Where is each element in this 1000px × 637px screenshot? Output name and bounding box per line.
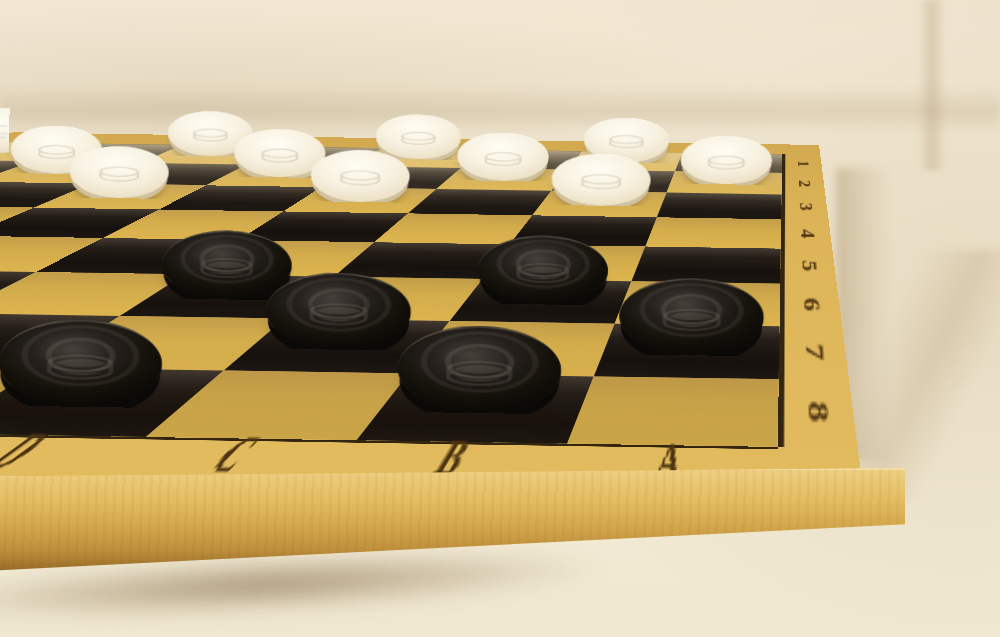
white-man-d3[interactable]: ⛀ — [310, 149, 410, 203]
white-man-glyph: ⛀ — [310, 150, 410, 203]
black-man-glyph: ⛂ — [0, 320, 163, 408]
black-man-b6[interactable]: ⛂ — [478, 234, 609, 305]
white-man-c2[interactable]: ⛀ — [457, 132, 549, 182]
black-man-a7[interactable]: ⛂ — [619, 277, 765, 356]
white-man-glyph: ⛀ — [680, 136, 772, 185]
black-man-glyph: ⛂ — [266, 273, 412, 351]
white-man-f3[interactable]: ⛀ — [69, 145, 169, 199]
board-wooden-frame: ⛀⛀⛀⛀⛀⛀⛀⛀⛀⛀⛀⛀⛂⛂⛂⛂⛂⛂⛂⛂⛂⛂⛂⛂ 12345678 HGFEDC… — [0, 132, 863, 489]
black-man-b8[interactable]: ⛂ — [397, 325, 562, 415]
checkers-board: ⛀⛀⛀⛀⛀⛀⛀⛀⛀⛀⛀⛀⛂⛂⛂⛂⛂⛂⛂⛂⛂⛂⛂⛂ 12345678 HGFEDC… — [0, 132, 863, 489]
white-man-b3[interactable]: ⛀ — [551, 153, 651, 207]
white-man-a2[interactable]: ⛀ — [680, 135, 772, 185]
black-man-glyph: ⛂ — [397, 327, 562, 415]
black-man-c7[interactable]: ⛂ — [266, 271, 412, 350]
black-man-d8[interactable]: ⛂ — [0, 318, 163, 408]
square-c2[interactable]: ⛀ — [436, 168, 568, 191]
square-b6[interactable]: ⛂ — [450, 279, 632, 324]
black-man-glyph: ⛂ — [478, 236, 609, 305]
white-man-glyph: ⛀ — [551, 154, 651, 207]
black-man-glyph: ⛂ — [619, 279, 765, 357]
white-man-glyph: ⛀ — [457, 133, 549, 182]
photo-scene: ⛀⛀⛀⛀⛀⛀⛀⛀⛀⛀⛀⛀⛂⛂⛂⛂⛂⛂⛂⛂⛂⛂⛂⛂ 12345678 HGFEDC… — [0, 0, 1000, 637]
square-b3[interactable]: ⛀ — [532, 191, 666, 218]
white-man-glyph: ⛀ — [69, 146, 169, 199]
square-f4[interactable] — [0, 208, 159, 238]
rank-labels-rail: 12345678 — [778, 154, 864, 448]
